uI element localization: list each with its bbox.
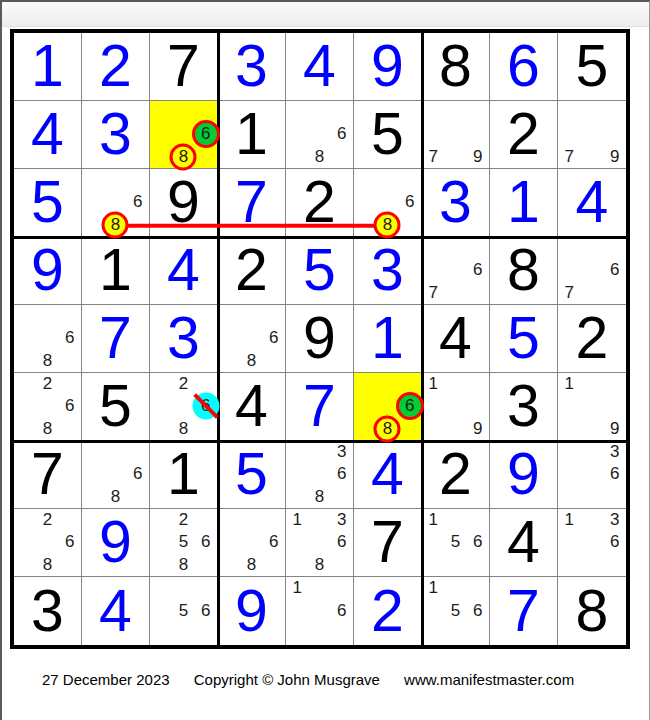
empty-slot [308, 622, 330, 645]
candidate-1[interactable]: 1 [558, 509, 581, 531]
solved-digit: 4 [31, 105, 64, 164]
cell-r9c8[interactable]: 7 [490, 577, 558, 645]
candidate-8[interactable]: 8 [308, 486, 330, 508]
candidate-8[interactable]: 8 [308, 146, 330, 168]
cell-r3c9[interactable]: 4 [558, 169, 626, 237]
empty-slot [603, 282, 626, 304]
empty-slot [467, 554, 489, 576]
empty-slot [14, 395, 36, 417]
candidates: 68 [82, 169, 149, 236]
candidate-1[interactable]: 1 [286, 577, 308, 600]
candidate-3[interactable]: 3 [603, 509, 626, 531]
red-ring-mark[interactable]: 8 [376, 214, 398, 236]
cell-value: 9 [14, 237, 81, 304]
cell-value: 4 [82, 577, 149, 645]
cell-value: 4 [422, 305, 489, 372]
candidates: 36 [558, 441, 626, 508]
cell-r3c5[interactable]: 2 [286, 169, 354, 237]
candidate-6[interactable]: 6 [59, 327, 81, 349]
empty-slot [331, 622, 353, 645]
cell-value: 4 [150, 237, 217, 304]
cell-r8c7[interactable]: 156 [422, 509, 490, 577]
cell-r3c1[interactable]: 5 [14, 169, 82, 237]
green-circle-mark[interactable]: 6 [195, 123, 217, 145]
cell-r9c6[interactable]: 2 [354, 577, 422, 645]
empty-slot [59, 350, 81, 372]
empty-slot [581, 373, 604, 395]
empty-slot [603, 554, 626, 576]
cell-r5c9[interactable]: 2 [558, 305, 626, 373]
candidate-5[interactable]: 5 [172, 600, 194, 623]
cell-value: 2 [422, 441, 489, 508]
candidate-8[interactable]: 8 [240, 554, 262, 576]
empty-slot [127, 169, 149, 191]
candidate-digit-7: 7 [565, 283, 574, 303]
empty-slot [444, 509, 466, 531]
empty-slot [286, 531, 308, 553]
cell-r2c1[interactable]: 4 [14, 101, 82, 169]
empty-slot [422, 622, 444, 645]
cell-r3c8[interactable]: 1 [490, 169, 558, 237]
empty-slot [422, 101, 444, 123]
cell-r4c7[interactable]: 67 [422, 237, 490, 305]
empty-slot [444, 577, 466, 600]
cell-r8c4[interactable]: 68 [218, 509, 286, 577]
candidate-6[interactable]: 6 [467, 531, 489, 553]
cell-r8c1[interactable]: 268 [14, 509, 82, 577]
app-window: 1273498654368168579279568972683149142536… [0, 0, 650, 720]
candidate-9[interactable]: 9 [603, 418, 626, 440]
empty-slot [172, 101, 194, 123]
candidate-7[interactable]: 7 [422, 282, 444, 304]
cell-r5c2[interactable]: 7 [82, 305, 150, 373]
cell-r8c2[interactable]: 9 [82, 509, 150, 577]
empty-slot [581, 146, 604, 168]
cell-r8c8[interactable]: 4 [490, 509, 558, 577]
cell-value: 7 [286, 373, 353, 440]
candidate-1[interactable]: 1 [422, 509, 444, 531]
candidate-8[interactable]: 8 [240, 350, 262, 372]
candidate-digit-6: 6 [610, 464, 619, 484]
cyan-elimination-mark[interactable]: 6 [195, 395, 217, 417]
cell-r1c7[interactable]: 8 [422, 33, 490, 101]
red-ring-mark[interactable]: 8 [172, 146, 194, 168]
given-digit: 2 [507, 105, 540, 164]
empty-slot [444, 146, 466, 168]
cell-value: 1 [218, 101, 285, 168]
empty-slot [467, 123, 489, 145]
cell-r5c3[interactable]: 3 [150, 305, 218, 373]
candidate-digit-8: 8 [247, 351, 256, 371]
candidate-8[interactable]: 8 [36, 350, 58, 372]
cell-r2c9[interactable]: 79 [558, 101, 626, 169]
cell-value: 4 [286, 33, 353, 100]
empty-slot [150, 577, 172, 600]
cell-r9c9[interactable]: 8 [558, 577, 626, 645]
cell-r7c3[interactable]: 1 [150, 441, 218, 509]
candidates: 268 [150, 373, 217, 440]
solved-digit: 5 [507, 309, 540, 368]
cell-value: 2 [286, 169, 353, 236]
cell-value: 5 [82, 373, 149, 440]
cell-r3c3[interactable]: 9 [150, 169, 218, 237]
candidate-6[interactable]: 6 [331, 463, 353, 485]
empty-slot [467, 282, 489, 304]
candidate-2[interactable]: 2 [172, 373, 194, 395]
solved-digit: 6 [507, 37, 540, 96]
cell-r2c7[interactable]: 79 [422, 101, 490, 169]
cell-value: 2 [82, 33, 149, 100]
candidate-8[interactable]: 8 [172, 418, 194, 440]
candidate-8[interactable]: 8 [36, 418, 58, 440]
cell-r4c8[interactable]: 8 [490, 237, 558, 305]
cell-r6c1[interactable]: 268 [14, 373, 82, 441]
empty-slot [308, 577, 330, 600]
cell-r2c4[interactable]: 1 [218, 101, 286, 169]
cell-value: 3 [218, 33, 285, 100]
cell-r2c2[interactable]: 3 [82, 101, 150, 169]
cell-r2c8[interactable]: 2 [490, 101, 558, 169]
empty-slot [36, 305, 58, 327]
solved-digit: 1 [371, 309, 404, 368]
cell-r4c5[interactable]: 5 [286, 237, 354, 305]
candidate-digit-6: 6 [337, 124, 346, 144]
cell-r3c6[interactable]: 68 [354, 169, 422, 237]
candidate-6[interactable]: 6 [331, 123, 353, 145]
empty-slot [263, 350, 285, 372]
cell-r7c8[interactable]: 9 [490, 441, 558, 509]
candidate-6[interactable]: 6 [603, 531, 626, 553]
red-ring-mark[interactable]: 8 [376, 418, 398, 440]
candidates: 68 [354, 373, 421, 440]
cell-r1c2[interactable]: 2 [82, 33, 150, 101]
empty-slot [444, 622, 466, 645]
candidate-6[interactable]: 6 [263, 531, 285, 553]
cell-r8c6[interactable]: 7 [354, 509, 422, 577]
box-line-horizontal-1 [14, 236, 626, 239]
cell-r6c7[interactable]: 19 [422, 373, 490, 441]
cell-r8c5[interactable]: 1368 [286, 509, 354, 577]
empty-slot [581, 282, 604, 304]
candidate-2[interactable]: 2 [36, 373, 58, 395]
empty-slot [218, 531, 240, 553]
cell-r4c3[interactable]: 4 [150, 237, 218, 305]
cell-r1c3[interactable]: 7 [150, 33, 218, 101]
solved-digit: 7 [303, 377, 336, 436]
cell-r4c9[interactable]: 67 [558, 237, 626, 305]
cell-value: 8 [422, 33, 489, 100]
candidate-2[interactable]: 2 [172, 509, 194, 531]
candidate-1[interactable]: 1 [422, 373, 444, 395]
candidate-6[interactable]: 6 [263, 327, 285, 349]
empty-slot [104, 169, 126, 191]
cell-r8c9[interactable]: 136 [558, 509, 626, 577]
cell-r1c9[interactable]: 5 [558, 33, 626, 101]
empty-slot [376, 373, 398, 395]
candidate-2[interactable]: 2 [36, 509, 58, 531]
cell-r9c1[interactable]: 3 [14, 577, 82, 645]
given-digit: 9 [303, 309, 336, 368]
candidate-digit-1: 1 [565, 510, 574, 530]
candidate-digit-8: 8 [111, 487, 120, 507]
empty-slot [286, 600, 308, 623]
cell-value: 8 [558, 577, 626, 645]
solved-digit: 9 [371, 37, 404, 96]
candidate-9[interactable]: 9 [467, 418, 489, 440]
cell-r3c2[interactable]: 68 [82, 169, 150, 237]
candidate-6[interactable]: 6 [331, 600, 353, 623]
empty-slot [82, 463, 104, 485]
empty-slot [240, 531, 262, 553]
cell-r7c1[interactable]: 7 [14, 441, 82, 509]
empty-slot [195, 418, 217, 440]
solved-digit: 4 [371, 445, 404, 504]
candidate-digit-3: 3 [337, 442, 346, 462]
candidate-digit-6: 6 [201, 532, 210, 552]
red-ring-mark[interactable]: 8 [104, 214, 126, 236]
empty-slot [354, 169, 376, 191]
empty-slot [150, 123, 172, 145]
box-line-horizontal-2 [14, 440, 626, 443]
candidates: 16 [286, 577, 353, 645]
solved-digit: 5 [303, 241, 336, 300]
cell-r6c8[interactable]: 3 [490, 373, 558, 441]
cell-r2c5[interactable]: 68 [286, 101, 354, 169]
solved-digit: 4 [167, 241, 200, 300]
cell-value: 1 [82, 237, 149, 304]
cell-r4c1[interactable]: 9 [14, 237, 82, 305]
candidate-6[interactable]: 6 [603, 259, 626, 281]
empty-slot [354, 214, 376, 236]
candidate-7[interactable]: 7 [422, 146, 444, 168]
cell-r7c7[interactable]: 2 [422, 441, 490, 509]
candidate-digit-9: 9 [610, 419, 619, 439]
cell-r3c4[interactable]: 7 [218, 169, 286, 237]
cell-r6c3[interactable]: 268 [150, 373, 218, 441]
cell-r1c4[interactable]: 3 [218, 33, 286, 101]
empty-slot [286, 101, 308, 123]
empty-slot [127, 214, 149, 236]
empty-slot [444, 554, 466, 576]
empty-slot [286, 554, 308, 576]
empty-slot [308, 441, 330, 463]
cell-value: 9 [490, 441, 557, 508]
candidate-9[interactable]: 9 [603, 146, 626, 168]
candidate-digit-6: 6 [201, 124, 210, 144]
cell-r1c6[interactable]: 9 [354, 33, 422, 101]
solved-digit: 9 [31, 241, 64, 300]
empty-slot [308, 509, 330, 531]
candidate-digit-9: 9 [610, 147, 619, 167]
cell-r6c9[interactable]: 19 [558, 373, 626, 441]
empty-slot [218, 509, 240, 531]
empty-slot [286, 123, 308, 145]
empty-slot [82, 169, 104, 191]
candidate-6[interactable]: 6 [195, 600, 217, 623]
cell-r4c6[interactable]: 3 [354, 237, 422, 305]
titlebar [2, 2, 649, 27]
candidates: 67 [558, 237, 626, 304]
cell-value: 7 [150, 33, 217, 100]
empty-slot [240, 305, 262, 327]
candidate-3[interactable]: 3 [331, 509, 353, 531]
empty-slot [558, 418, 581, 440]
empty-slot [240, 327, 262, 349]
candidate-1[interactable]: 1 [422, 577, 444, 600]
empty-slot [36, 395, 58, 417]
candidate-digit-1: 1 [428, 510, 437, 530]
candidate-6[interactable]: 6 [195, 531, 217, 553]
candidate-6[interactable]: 6 [603, 463, 626, 485]
empty-slot [581, 259, 604, 281]
empty-slot [172, 395, 194, 417]
candidate-3[interactable]: 3 [603, 441, 626, 463]
cell-r5c7[interactable]: 4 [422, 305, 490, 373]
candidate-8[interactable]: 8 [36, 554, 58, 576]
empty-slot [558, 237, 581, 259]
cell-value: 9 [82, 509, 149, 576]
cell-value: 5 [218, 441, 285, 508]
candidate-digit-6: 6 [473, 601, 482, 621]
candidate-digit-6: 6 [405, 192, 414, 212]
candidate-digit-6: 6 [473, 532, 482, 552]
empty-slot [286, 146, 308, 168]
empty-slot [150, 146, 172, 168]
cell-r5c1[interactable]: 68 [14, 305, 82, 373]
candidate-6[interactable]: 6 [399, 191, 421, 213]
candidate-1[interactable]: 1 [558, 373, 581, 395]
solved-digit: 4 [576, 173, 609, 232]
cell-r5c4[interactable]: 68 [218, 305, 286, 373]
cell-value: 3 [354, 237, 421, 304]
green-circle-mark[interactable]: 6 [399, 395, 421, 417]
cell-r4c2[interactable]: 1 [82, 237, 150, 305]
empty-slot [467, 622, 489, 645]
given-digit: 5 [99, 377, 132, 436]
footer: 27 December 2023 Copyright © John Musgra… [42, 671, 649, 688]
candidate-digit-7: 7 [428, 283, 437, 303]
cell-r6c4[interactable]: 4 [218, 373, 286, 441]
empty-slot [36, 531, 58, 553]
given-digit: 7 [167, 37, 200, 96]
cell-r8c3[interactable]: 2568 [150, 509, 218, 577]
empty-slot [150, 600, 172, 623]
cell-r9c4[interactable]: 9 [218, 577, 286, 645]
cell-r2c6[interactable]: 5 [354, 101, 422, 169]
cell-r9c2[interactable]: 4 [82, 577, 150, 645]
candidate-digit-8: 8 [43, 419, 52, 439]
candidate-5[interactable]: 5 [172, 531, 194, 553]
candidate-6[interactable]: 6 [467, 600, 489, 623]
candidate-digit-6: 6 [269, 328, 278, 348]
empty-slot [195, 146, 217, 168]
empty-slot [467, 373, 489, 395]
candidate-6[interactable]: 6 [127, 463, 149, 485]
cell-r6c6[interactable]: 68 [354, 373, 422, 441]
empty-slot [558, 441, 581, 463]
empty-slot [399, 418, 421, 440]
given-digit: 3 [31, 582, 64, 641]
candidate-6[interactable]: 6 [127, 191, 149, 213]
candidates: 136 [558, 509, 626, 576]
candidate-6[interactable]: 6 [59, 395, 81, 417]
cell-r7c6[interactable]: 4 [354, 441, 422, 509]
candidate-digit-5: 5 [179, 532, 188, 552]
cell-r4c4[interactable]: 2 [218, 237, 286, 305]
candidate-9[interactable]: 9 [467, 146, 489, 168]
given-digit: 2 [439, 445, 472, 504]
empty-slot [603, 486, 626, 508]
cell-r7c9[interactable]: 36 [558, 441, 626, 509]
cell-value: 5 [14, 169, 81, 236]
empty-slot [558, 531, 581, 553]
cell-r9c3[interactable]: 56 [150, 577, 218, 645]
empty-slot [581, 554, 604, 576]
candidate-digit-1: 1 [428, 578, 437, 598]
empty-slot [331, 101, 353, 123]
candidate-digit-5: 5 [179, 601, 188, 621]
candidate-5[interactable]: 5 [444, 531, 466, 553]
empty-slot [444, 418, 466, 440]
candidate-1[interactable]: 1 [286, 509, 308, 531]
candidate-6[interactable]: 6 [467, 259, 489, 281]
given-digit: 5 [371, 105, 404, 164]
cell-r6c2[interactable]: 5 [82, 373, 150, 441]
empty-slot [150, 622, 172, 645]
given-digit: 4 [439, 309, 472, 368]
cell-r1c5[interactable]: 4 [286, 33, 354, 101]
cell-r2c3[interactable]: 68 [150, 101, 218, 169]
cell-r9c5[interactable]: 16 [286, 577, 354, 645]
cell-r1c8[interactable]: 6 [490, 33, 558, 101]
solved-digit: 1 [31, 37, 64, 96]
candidate-6[interactable]: 6 [59, 531, 81, 553]
candidate-digit-8: 8 [43, 351, 52, 371]
cell-r7c4[interactable]: 5 [218, 441, 286, 509]
candidate-6[interactable]: 6 [331, 531, 353, 553]
cell-r7c2[interactable]: 68 [82, 441, 150, 509]
candidate-8[interactable]: 8 [104, 486, 126, 508]
cell-r6c5[interactable]: 7 [286, 373, 354, 441]
empty-slot [581, 509, 604, 531]
candidate-8[interactable]: 8 [308, 554, 330, 576]
cell-r5c5[interactable]: 9 [286, 305, 354, 373]
empty-slot [308, 531, 330, 553]
empty-slot [581, 441, 604, 463]
cell-r5c6[interactable]: 1 [354, 305, 422, 373]
solved-digit: 4 [99, 582, 132, 641]
cell-r5c8[interactable]: 5 [490, 305, 558, 373]
cell-value: 4 [14, 101, 81, 168]
footer-date: 27 December 2023 [42, 671, 170, 688]
candidate-3[interactable]: 3 [331, 441, 353, 463]
solved-digit: 3 [439, 173, 472, 232]
solved-digit: 3 [167, 309, 200, 368]
empty-slot [127, 441, 149, 463]
cell-r9c7[interactable]: 156 [422, 577, 490, 645]
cell-r3c7[interactable]: 3 [422, 169, 490, 237]
empty-slot [558, 123, 581, 145]
empty-slot [399, 169, 421, 191]
candidate-digit-6: 6 [133, 464, 142, 484]
candidate-7[interactable]: 7 [558, 146, 581, 168]
candidate-digit-9: 9 [473, 147, 482, 167]
cell-r1c1[interactable]: 1 [14, 33, 82, 101]
cell-r7c5[interactable]: 368 [286, 441, 354, 509]
candidate-8[interactable]: 8 [172, 554, 194, 576]
candidate-5[interactable]: 5 [444, 600, 466, 623]
candidate-7[interactable]: 7 [558, 282, 581, 304]
